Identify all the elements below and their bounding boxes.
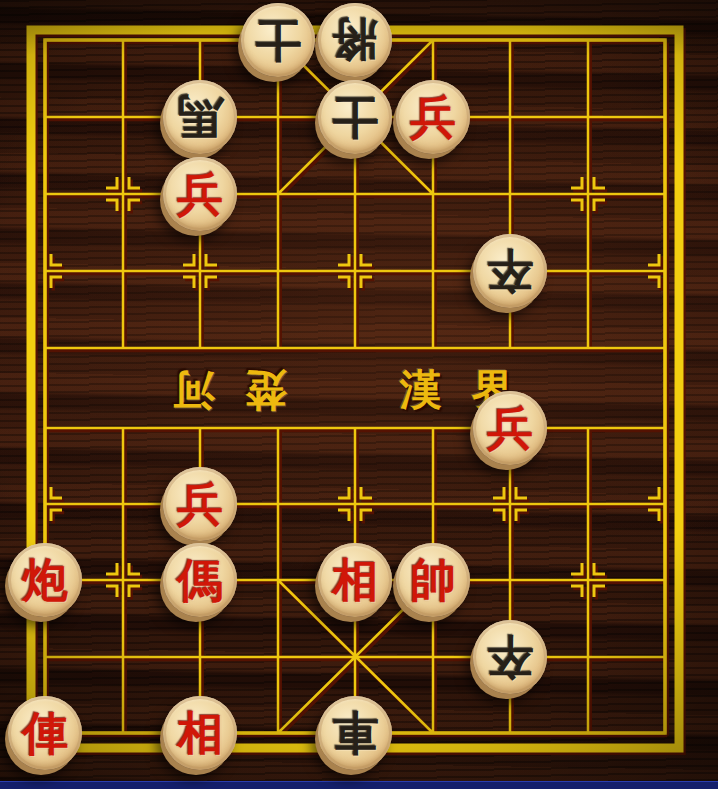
piece-black-chariot[interactable]: 車 xyxy=(318,696,392,770)
piece-glyph-advisor: 士 xyxy=(332,80,378,154)
piece-glyph-soldier: 兵 xyxy=(487,391,533,465)
bottom-edge-strip xyxy=(0,781,718,789)
piece-face: 士 xyxy=(241,3,315,77)
piece-red-elephant[interactable]: 相 xyxy=(318,543,392,617)
piece-red-soldier[interactable]: 兵 xyxy=(396,80,470,154)
piece-face: 馬 xyxy=(163,80,237,154)
piece-glyph-soldier: 卒 xyxy=(487,234,533,308)
piece-face: 兵 xyxy=(163,467,237,541)
piece-face: 兵 xyxy=(396,80,470,154)
piece-red-soldier[interactable]: 兵 xyxy=(163,157,237,231)
piece-black-soldier[interactable]: 卒 xyxy=(473,234,547,308)
piece-glyph-chariot: 俥 xyxy=(22,696,68,770)
piece-face: 俥 xyxy=(8,696,82,770)
piece-glyph-soldier: 兵 xyxy=(177,157,223,231)
piece-glyph-general: 將 xyxy=(332,3,378,77)
piece-face: 兵 xyxy=(473,391,547,465)
piece-red-elephant[interactable]: 相 xyxy=(163,696,237,770)
piece-face: 卒 xyxy=(473,620,547,694)
piece-glyph-elephant: 相 xyxy=(332,543,378,617)
river-label-chu-he: 楚河 xyxy=(143,362,287,418)
piece-glyph-chariot: 車 xyxy=(332,696,378,770)
piece-black-horse[interactable]: 馬 xyxy=(163,80,237,154)
piece-red-cannon[interactable]: 炮 xyxy=(8,543,82,617)
piece-red-horse[interactable]: 傌 xyxy=(163,543,237,617)
piece-glyph-general: 帥 xyxy=(410,543,456,617)
piece-face: 炮 xyxy=(8,543,82,617)
piece-glyph-soldier: 卒 xyxy=(487,620,533,694)
piece-glyph-soldier: 兵 xyxy=(410,80,456,154)
piece-black-soldier[interactable]: 卒 xyxy=(473,620,547,694)
piece-glyph-cannon: 炮 xyxy=(22,543,68,617)
piece-red-soldier[interactable]: 兵 xyxy=(163,467,237,541)
piece-face: 卒 xyxy=(473,234,547,308)
piece-black-advisor[interactable]: 士 xyxy=(241,3,315,77)
piece-face: 車 xyxy=(318,696,392,770)
piece-red-general[interactable]: 帥 xyxy=(396,543,470,617)
piece-black-advisor[interactable]: 士 xyxy=(318,80,392,154)
piece-glyph-horse: 馬 xyxy=(177,80,223,154)
piece-red-chariot[interactable]: 俥 xyxy=(8,696,82,770)
piece-glyph-soldier: 兵 xyxy=(177,467,223,541)
piece-face: 士 xyxy=(318,80,392,154)
piece-glyph-advisor: 士 xyxy=(255,3,301,77)
piece-glyph-horse: 傌 xyxy=(177,543,223,617)
piece-face: 帥 xyxy=(396,543,470,617)
piece-face: 相 xyxy=(318,543,392,617)
piece-face: 相 xyxy=(163,696,237,770)
piece-face: 兵 xyxy=(163,157,237,231)
xiangqi-board: 楚河 漢界 將士兵士馬兵卒兵兵帥相傌炮卒車相俥 xyxy=(0,0,718,789)
piece-face: 將 xyxy=(318,3,392,77)
piece-red-soldier[interactable]: 兵 xyxy=(473,391,547,465)
piece-glyph-elephant: 相 xyxy=(177,696,223,770)
piece-face: 傌 xyxy=(163,543,237,617)
piece-black-general[interactable]: 將 xyxy=(318,3,392,77)
